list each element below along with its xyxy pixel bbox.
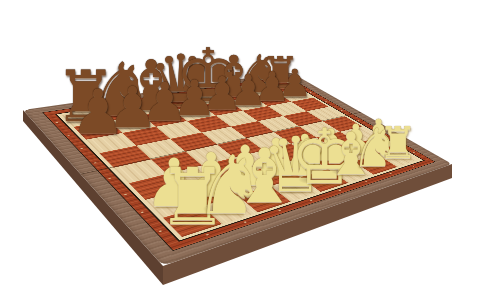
white-rook-glyph: ♜ (379, 122, 418, 166)
black-pawn-glyph: ♟ (278, 65, 312, 103)
pieces-layer: ♜♞♝♛♚♝♞♜♟♟♟♟♟♟♟♟♟♟♟♟♟♟♟♟♜♞♝♛♚♝♞♜ (0, 0, 480, 308)
chess-set-photo: ♜♞♝♛♚♝♞♜♟♟♟♟♟♟♟♟♟♟♟♟♟♟♟♟♜♞♝♛♚♝♞♜ (0, 0, 480, 308)
